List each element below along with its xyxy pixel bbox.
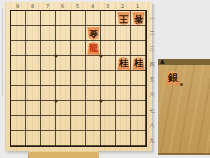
board-cell-3-2 <box>101 26 116 41</box>
board-cell-8-4 <box>26 56 41 71</box>
file-label: 7 <box>40 2 55 10</box>
board-cell-7-4 <box>41 56 56 71</box>
board-cell-1-5 <box>131 71 146 86</box>
board-cell-4-4 <box>86 56 101 71</box>
board-cell-2-2 <box>116 26 131 41</box>
board-cell-2-6 <box>116 86 131 101</box>
board-cell-1-4: 桂 <box>131 56 146 71</box>
board-cell-3-4 <box>101 56 116 71</box>
shogi-board-panel[interactable]: 987654321 一二三四五六七八九 王香金龍桂桂 <box>5 2 152 151</box>
board-cell-2-9 <box>116 131 131 146</box>
board-cell-7-6 <box>41 86 56 101</box>
board-cell-9-6 <box>11 86 26 101</box>
cropped-left-border <box>2 8 3 96</box>
board-cell-3-1 <box>101 11 116 26</box>
board-cell-9-3 <box>11 41 26 56</box>
board-cell-5-5 <box>71 71 86 86</box>
piece-sente-knight: 桂 <box>117 57 130 70</box>
board-cell-4-2: 金 <box>86 26 101 41</box>
board-cell-9-9 <box>11 131 26 146</box>
board-cell-9-2 <box>11 26 26 41</box>
board-cell-7-3 <box>41 41 56 56</box>
piece-gote-lance: 香 <box>132 12 145 25</box>
board-cell-6-9 <box>56 131 71 146</box>
shogi-board: 王香金龍桂桂 <box>10 10 147 147</box>
board-cell-6-3 <box>56 41 71 56</box>
board-cell-2-5 <box>116 71 131 86</box>
board-cell-6-2 <box>56 26 71 41</box>
board-cell-2-1: 王 <box>116 11 131 26</box>
board-cell-3-9 <box>101 131 116 146</box>
board-cell-7-5 <box>41 71 56 86</box>
file-label: 5 <box>70 2 85 10</box>
board-cell-3-5 <box>101 71 116 86</box>
board-cell-7-7 <box>41 101 56 116</box>
board-cell-3-7 <box>101 101 116 116</box>
board-cell-9-4 <box>11 56 26 71</box>
board-cell-2-3 <box>116 41 131 56</box>
board-cell-1-9 <box>131 131 146 146</box>
piece-sente-knight: 桂 <box>132 57 145 70</box>
board-cell-8-2 <box>26 26 41 41</box>
board-cell-4-5 <box>86 71 101 86</box>
rank-label: 一 <box>147 10 157 25</box>
board-cell-6-4 <box>56 56 71 71</box>
rank-label: 七 <box>147 102 157 117</box>
board-cell-4-8 <box>86 116 101 131</box>
board-cell-1-1: 香 <box>131 11 146 26</box>
board-cell-9-7 <box>11 101 26 116</box>
board-cell-8-7 <box>26 101 41 116</box>
board-cell-4-6 <box>86 86 101 101</box>
board-cell-4-7 <box>86 101 101 116</box>
board-cell-8-5 <box>26 71 41 86</box>
board-cell-5-7 <box>71 101 86 116</box>
komadai-bottom-edge <box>158 153 210 155</box>
board-cell-4-1 <box>86 11 101 26</box>
board-cell-5-8 <box>71 116 86 131</box>
board-cell-2-4: 桂 <box>116 56 131 71</box>
rank-label: 五 <box>147 71 157 86</box>
board-cell-3-8 <box>101 116 116 131</box>
board-cell-1-7 <box>131 101 146 116</box>
komadai-top-edge <box>158 59 210 65</box>
rank-label: 三 <box>147 41 157 56</box>
board-cell-8-9 <box>26 131 41 146</box>
board-cell-2-7 <box>116 101 131 116</box>
board-cell-7-8 <box>41 116 56 131</box>
file-label: 9 <box>10 2 25 10</box>
board-cell-9-5 <box>11 71 26 86</box>
board-cell-3-6 <box>101 86 116 101</box>
piece-gote-gold: 金 <box>87 27 100 40</box>
board-cell-6-7 <box>56 101 71 116</box>
board-cell-6-5 <box>56 71 71 86</box>
board-cell-9-8 <box>11 116 26 131</box>
cropped-bottom-button[interactable] <box>28 151 99 158</box>
board-cell-5-2 <box>71 26 86 41</box>
board-cell-6-8 <box>56 116 71 131</box>
piece-gote-king: 王 <box>117 12 130 25</box>
board-cell-5-1 <box>71 11 86 26</box>
rank-label: 八 <box>147 117 157 132</box>
rank-label: 二 <box>147 25 157 40</box>
hand-piece-silver: 銀 <box>166 71 180 85</box>
board-cell-1-3 <box>131 41 146 56</box>
rank-coordinates: 一二三四五六七八九 <box>147 10 157 148</box>
board-cell-2-8 <box>116 116 131 131</box>
board-cell-6-6 <box>56 86 71 101</box>
file-coordinates: 987654321 <box>10 2 145 10</box>
board-cell-4-9 <box>86 131 101 146</box>
rank-label: 六 <box>147 87 157 102</box>
board-cell-9-1 <box>11 11 26 26</box>
file-label: 6 <box>55 2 70 10</box>
file-label: 2 <box>115 2 130 10</box>
sente-marker: ▲ <box>160 58 165 64</box>
board-cell-8-3 <box>26 41 41 56</box>
file-label: 3 <box>100 2 115 10</box>
board-cell-1-6 <box>131 86 146 101</box>
board-cell-1-2 <box>131 26 146 41</box>
board-cell-4-3: 龍 <box>86 41 101 56</box>
board-cell-5-3 <box>71 41 86 56</box>
rank-label: 九 <box>147 133 157 148</box>
board-cell-5-4 <box>71 56 86 71</box>
file-label: 8 <box>25 2 40 10</box>
piece-sente-dragon: 龍 <box>87 42 100 55</box>
board-cell-8-6 <box>26 86 41 101</box>
rank-label: 四 <box>147 56 157 71</box>
board-cell-3-3 <box>101 41 116 56</box>
board-cell-8-8 <box>26 116 41 131</box>
komadai-piece-stand: ▲ 銀 <box>158 59 210 155</box>
file-label: 4 <box>85 2 100 10</box>
board-cell-7-1 <box>41 11 56 26</box>
board-cell-8-1 <box>26 11 41 26</box>
board-cell-5-9 <box>71 131 86 146</box>
board-cell-6-1 <box>56 11 71 26</box>
board-cell-1-8 <box>131 116 146 131</box>
board-cell-7-2 <box>41 26 56 41</box>
file-label: 1 <box>130 2 145 10</box>
wood-knot <box>180 83 183 86</box>
board-cell-5-6 <box>71 86 86 101</box>
board-cell-7-9 <box>41 131 56 146</box>
tsume-shogi-widget: 987654321 一二三四五六七八九 王香金龍桂桂 ▲ 銀 <box>0 0 210 158</box>
